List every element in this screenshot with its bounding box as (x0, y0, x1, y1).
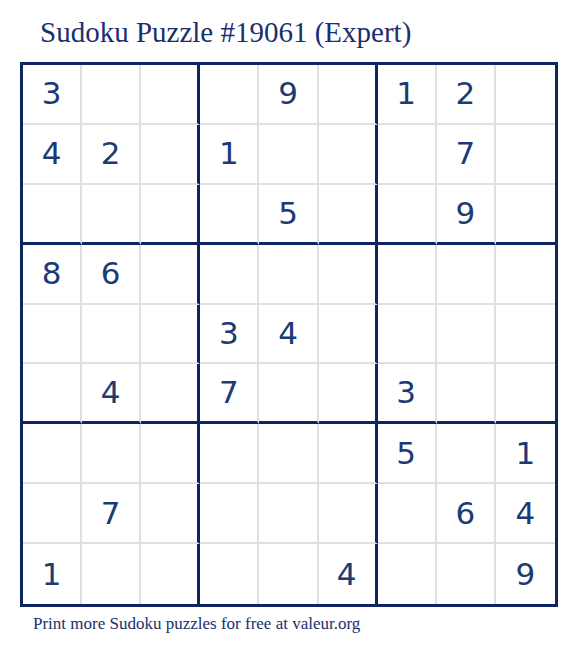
sudoku-cell-r1c6 (319, 65, 378, 125)
sudoku-cell-r9c6: 4 (319, 544, 378, 604)
sudoku-cell-r7c5 (259, 424, 318, 484)
sudoku-cell-r4c5 (259, 245, 318, 305)
sudoku-cell-r3c5: 5 (259, 185, 318, 245)
sudoku-cell-r2c9 (496, 125, 555, 185)
sudoku-cell-r8c7 (378, 484, 437, 544)
sudoku-cell-r1c2 (82, 65, 141, 125)
sudoku-cell-r5c7 (378, 305, 437, 365)
sudoku-cell-r9c4 (200, 544, 259, 604)
sudoku-cell-r8c9: 4 (496, 484, 555, 544)
sudoku-cell-r2c7 (378, 125, 437, 185)
sudoku-cell-r6c7: 3 (378, 364, 437, 424)
sudoku-cell-r3c6 (319, 185, 378, 245)
page-title: Sudoku Puzzle #19061 (Expert) (40, 16, 411, 49)
sudoku-cell-r4c9 (496, 245, 555, 305)
sudoku-cell-r2c5 (259, 125, 318, 185)
sudoku-cell-r8c6 (319, 484, 378, 544)
sudoku-cell-r3c8: 9 (437, 185, 496, 245)
sudoku-cell-r1c5: 9 (259, 65, 318, 125)
sudoku-cell-r6c4: 7 (200, 364, 259, 424)
sudoku-cell-r1c1: 3 (23, 65, 82, 125)
sudoku-cell-r7c7: 5 (378, 424, 437, 484)
sudoku-cell-r2c4: 1 (200, 125, 259, 185)
sudoku-cell-r5c9 (496, 305, 555, 365)
sudoku-cell-r2c1: 4 (23, 125, 82, 185)
sudoku-cell-r3c3 (141, 185, 200, 245)
sudoku-cell-r1c8: 2 (437, 65, 496, 125)
sudoku-grid: 3912421759863447351764149 (20, 62, 558, 607)
sudoku-cell-r6c9 (496, 364, 555, 424)
sudoku-cell-r9c3 (141, 544, 200, 604)
sudoku-cell-r4c2: 6 (82, 245, 141, 305)
sudoku-cell-r6c8 (437, 364, 496, 424)
sudoku-cell-r9c2 (82, 544, 141, 604)
sudoku-cell-r5c5: 4 (259, 305, 318, 365)
sudoku-cell-r3c4 (200, 185, 259, 245)
sudoku-cell-r4c8 (437, 245, 496, 305)
sudoku-cell-r9c7 (378, 544, 437, 604)
sudoku-cell-r7c4 (200, 424, 259, 484)
sudoku-cell-r3c7 (378, 185, 437, 245)
sudoku-cell-r5c2 (82, 305, 141, 365)
sudoku-cell-r3c1 (23, 185, 82, 245)
sudoku-cell-r7c9: 1 (496, 424, 555, 484)
sudoku-cell-r7c2 (82, 424, 141, 484)
sudoku-cell-r6c2: 4 (82, 364, 141, 424)
sudoku-cell-r2c8: 7 (437, 125, 496, 185)
sudoku-cell-r6c3 (141, 364, 200, 424)
sudoku-cell-r4c4 (200, 245, 259, 305)
sudoku-cell-r9c9: 9 (496, 544, 555, 604)
sudoku-cell-r3c2 (82, 185, 141, 245)
sudoku-cell-r2c6 (319, 125, 378, 185)
sudoku-cell-r5c1 (23, 305, 82, 365)
sudoku-cell-r9c5 (259, 544, 318, 604)
sudoku-cell-r9c1: 1 (23, 544, 82, 604)
sudoku-cell-r5c3 (141, 305, 200, 365)
sudoku-cell-r7c1 (23, 424, 82, 484)
sudoku-cell-r4c3 (141, 245, 200, 305)
sudoku-cell-r2c2: 2 (82, 125, 141, 185)
sudoku-cell-r1c3 (141, 65, 200, 125)
sudoku-cell-r4c1: 8 (23, 245, 82, 305)
sudoku-cell-r6c1 (23, 364, 82, 424)
sudoku-cell-r8c1 (23, 484, 82, 544)
sudoku-cell-r5c8 (437, 305, 496, 365)
sudoku-cell-r7c3 (141, 424, 200, 484)
sudoku-cell-r1c9 (496, 65, 555, 125)
sudoku-cell-r3c9 (496, 185, 555, 245)
sudoku-cell-r5c6 (319, 305, 378, 365)
footer-text: Print more Sudoku puzzles for free at va… (33, 614, 360, 634)
sudoku-cell-r7c8 (437, 424, 496, 484)
sudoku-cell-r7c6 (319, 424, 378, 484)
sudoku-cell-r6c5 (259, 364, 318, 424)
sudoku-cell-r5c4: 3 (200, 305, 259, 365)
sudoku-cell-r6c6 (319, 364, 378, 424)
sudoku-cell-r1c7: 1 (378, 65, 437, 125)
sudoku-cell-r8c8: 6 (437, 484, 496, 544)
sudoku-cell-r4c7 (378, 245, 437, 305)
sudoku-cell-r8c5 (259, 484, 318, 544)
sudoku-cell-r9c8 (437, 544, 496, 604)
sudoku-cell-r4c6 (319, 245, 378, 305)
sudoku-page: Sudoku Puzzle #19061 (Expert) 3912421759… (0, 0, 580, 651)
sudoku-cell-r1c4 (200, 65, 259, 125)
sudoku-cell-r2c3 (141, 125, 200, 185)
sudoku-cell-r8c4 (200, 484, 259, 544)
sudoku-cell-r8c3 (141, 484, 200, 544)
sudoku-cell-r8c2: 7 (82, 484, 141, 544)
